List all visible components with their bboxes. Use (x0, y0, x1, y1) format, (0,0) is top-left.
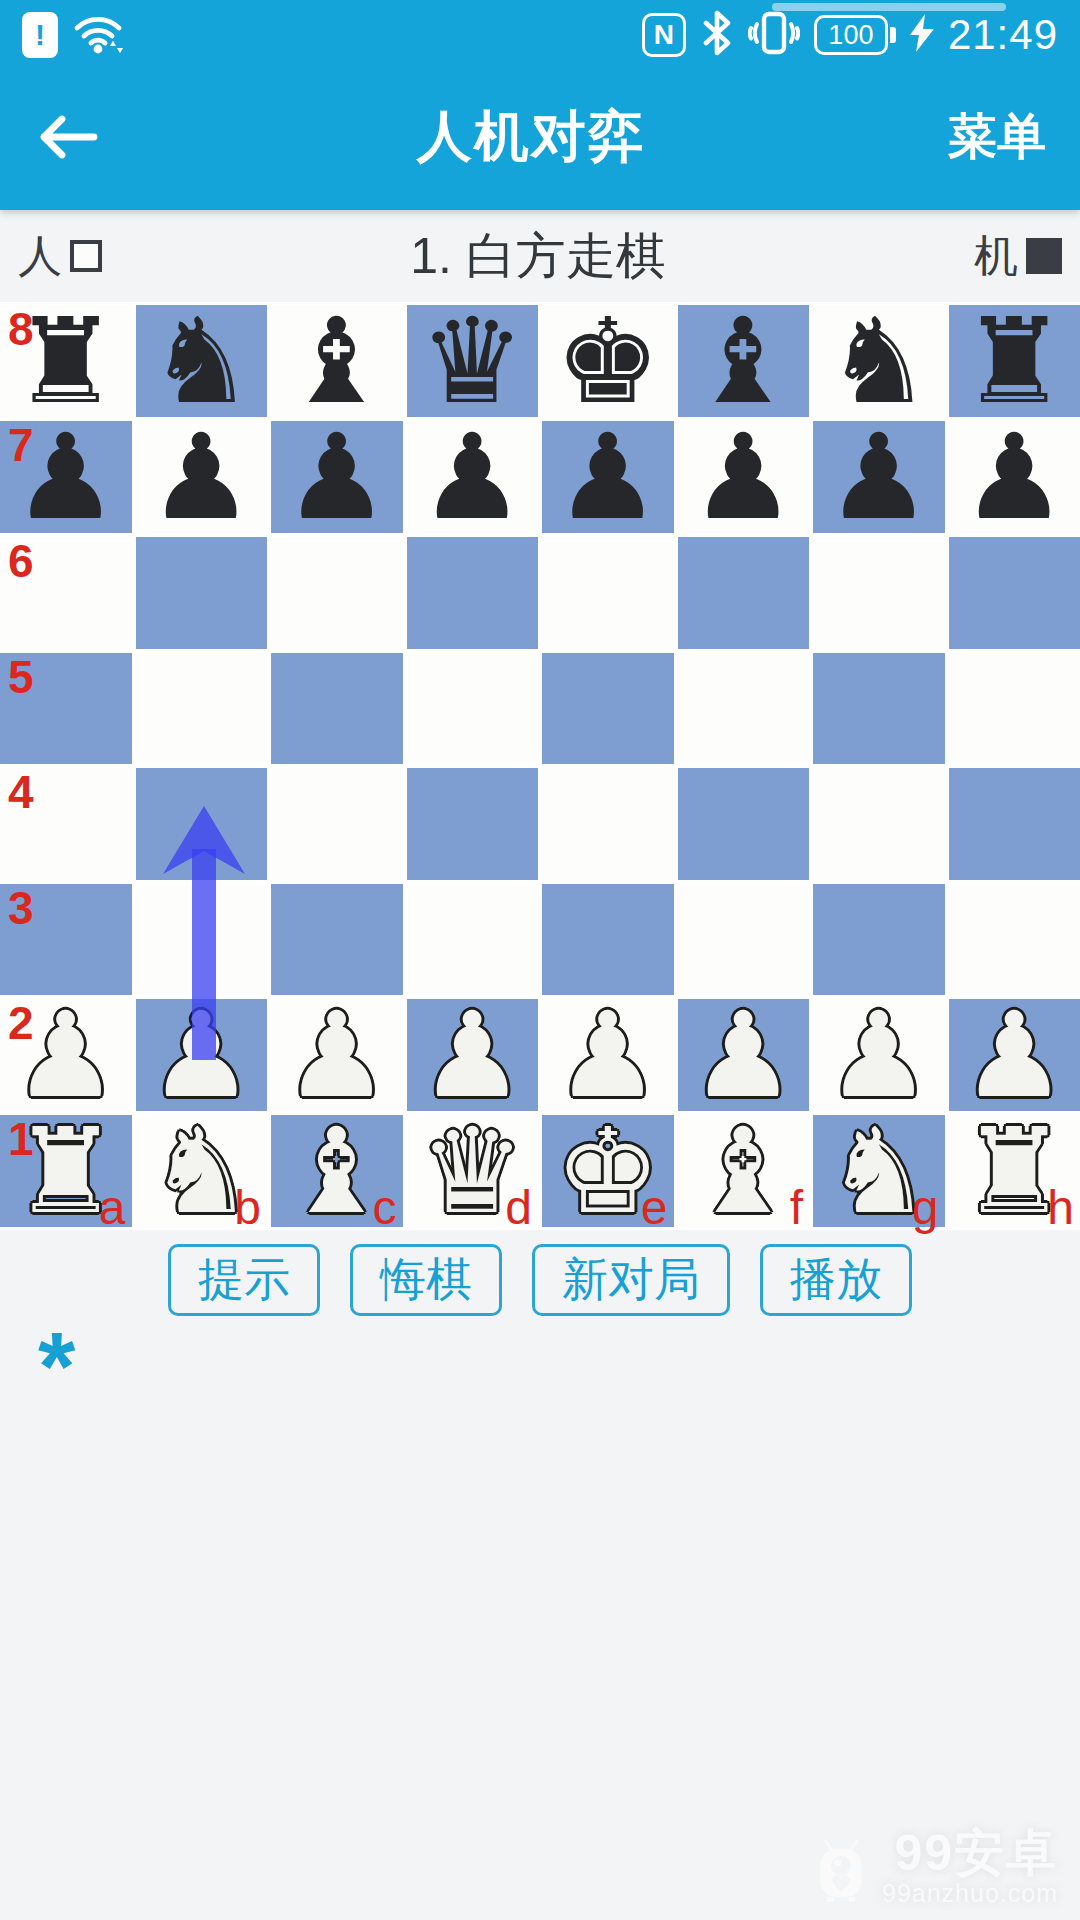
black-pawn: ♟ (148, 421, 254, 533)
rank-label-2: 2 (8, 999, 34, 1047)
square-h6[interactable] (949, 537, 1080, 649)
square-g2[interactable]: ♟ (813, 999, 945, 1111)
file-label-g: g (912, 1183, 939, 1233)
watermark-title: 99安卓 (894, 1827, 1058, 1880)
square-a3[interactable]: 3 (0, 884, 132, 996)
bluetooth-icon (700, 10, 734, 60)
white-side-square-icon (70, 240, 102, 272)
square-a5[interactable]: 5 (0, 653, 132, 765)
square-e7[interactable]: ♟ (542, 421, 674, 533)
white-bishop: ♝ (690, 1115, 796, 1227)
square-b6[interactable] (136, 537, 268, 649)
square-d1[interactable]: d♛ (407, 1115, 539, 1227)
square-c8[interactable]: ♝ (271, 305, 403, 417)
square-b1[interactable]: b♞ (136, 1115, 268, 1227)
square-e1[interactable]: e♚ (542, 1115, 674, 1227)
rank-label-4: 4 (8, 768, 34, 816)
nfc-icon: N (642, 13, 686, 57)
wifi-icon (72, 10, 124, 60)
black-pawn: ♟ (690, 421, 796, 533)
sim-alert-icon: ! (22, 12, 58, 58)
move-status: 1. 白方走棋 (102, 223, 974, 290)
square-g7[interactable]: ♟ (813, 421, 945, 533)
square-h5[interactable] (949, 653, 1080, 765)
square-e6[interactable] (542, 537, 674, 649)
square-d5[interactable] (407, 653, 539, 765)
white-pawn: ♟ (555, 999, 661, 1111)
square-c1[interactable]: c♝ (271, 1115, 403, 1227)
vibrate-icon (748, 11, 800, 59)
square-f8[interactable]: ♝ (678, 305, 810, 417)
square-d8[interactable]: ♛ (407, 305, 539, 417)
battery-level: 100 (814, 15, 888, 55)
square-g8[interactable]: ♞ (813, 305, 945, 417)
square-e4[interactable] (542, 768, 674, 880)
status-bar: ! N (0, 0, 1080, 64)
rank-label-7: 7 (8, 421, 34, 469)
square-d3[interactable] (407, 884, 539, 996)
notch-highlight-bar (772, 3, 1006, 11)
square-h3[interactable] (949, 884, 1080, 996)
black-bishop: ♝ (690, 305, 796, 417)
square-f5[interactable] (678, 653, 810, 765)
square-g5[interactable] (813, 653, 945, 765)
file-label-b: b (234, 1183, 261, 1233)
square-b8[interactable]: ♞ (136, 305, 268, 417)
square-a8[interactable]: 8♜ (0, 305, 132, 417)
square-e8[interactable]: ♚ (542, 305, 674, 417)
square-h7[interactable]: ♟ (949, 421, 1080, 533)
square-a4[interactable]: 4 (0, 768, 132, 880)
black-pawn: ♟ (961, 421, 1067, 533)
square-e2[interactable]: ♟ (542, 999, 674, 1111)
back-button[interactable] (34, 111, 114, 163)
black-knight: ♞ (148, 305, 254, 417)
watermark: 99安卓 99anzhuo.com (812, 1827, 1058, 1909)
human-side-label: 人 (18, 227, 102, 286)
battery-icon: 100 (814, 15, 896, 55)
white-pawn: ♟ (148, 999, 254, 1111)
black-queen: ♛ (419, 305, 525, 417)
square-c3[interactable] (271, 884, 403, 996)
square-f2[interactable]: ♟ (678, 999, 810, 1111)
hint-button[interactable]: 提示 (168, 1244, 320, 1316)
app-screen: ! N (0, 0, 1080, 1920)
square-h1[interactable]: h♜ (949, 1115, 1080, 1227)
undo-button[interactable]: 悔棋 (350, 1244, 502, 1316)
black-pawn: ♟ (826, 421, 932, 533)
square-a1[interactable]: 1a♜ (0, 1115, 132, 1227)
new-game-button[interactable]: 新对局 (532, 1244, 730, 1316)
square-b2[interactable]: ♟ (136, 999, 268, 1111)
square-b4[interactable] (136, 768, 268, 880)
square-h4[interactable] (949, 768, 1080, 880)
info-row: 人 1. 白方走棋 机 (0, 210, 1080, 302)
square-c7[interactable]: ♟ (271, 421, 403, 533)
black-knight: ♞ (826, 305, 932, 417)
square-e3[interactable] (542, 884, 674, 996)
square-d6[interactable] (407, 537, 539, 649)
white-pawn: ♟ (961, 999, 1067, 1111)
footnote-asterisk: * (38, 1318, 75, 1414)
app-bar: 人机对弈 菜单 (0, 64, 1080, 210)
square-b3[interactable] (136, 884, 268, 996)
file-label-e: e (641, 1183, 668, 1233)
square-a7[interactable]: 7♟ (0, 421, 132, 533)
square-c6[interactable] (271, 537, 403, 649)
square-h2[interactable]: ♟ (949, 999, 1080, 1111)
square-g6[interactable] (813, 537, 945, 649)
machine-side-label: 机 (974, 227, 1062, 286)
file-label-f: f (790, 1183, 803, 1233)
charging-bolt-icon (910, 14, 934, 56)
square-e5[interactable] (542, 653, 674, 765)
file-label-c: c (373, 1183, 397, 1233)
watermark-robot-icon (812, 1838, 870, 1908)
square-g3[interactable] (813, 884, 945, 996)
square-f3[interactable] (678, 884, 810, 996)
file-label-h: h (1047, 1183, 1074, 1233)
square-b7[interactable]: ♟ (136, 421, 268, 533)
black-pawn: ♟ (284, 421, 390, 533)
playback-button[interactable]: 播放 (760, 1244, 912, 1316)
file-label-d: d (505, 1183, 532, 1233)
toolbar: 提示 悔棋 新对局 播放 (0, 1244, 1080, 1316)
square-d4[interactable] (407, 768, 539, 880)
square-f1[interactable]: f♝ (678, 1115, 810, 1227)
black-rook: ♜ (961, 305, 1067, 417)
square-g1[interactable]: g♞ (813, 1115, 945, 1227)
square-a6[interactable]: 6 (0, 537, 132, 649)
square-d2[interactable]: ♟ (407, 999, 539, 1111)
chess-board: 8♜♞♝♛♚♝♞♜7♟♟♟♟♟♟♟♟65432♟♟♟♟♟♟♟♟1a♜b♞c♝d♛… (0, 302, 1080, 1230)
black-pawn: ♟ (419, 421, 525, 533)
rank-label-8: 8 (8, 305, 34, 353)
back-arrow-icon (34, 111, 100, 163)
top-bar: ! N (0, 0, 1080, 210)
square-c5[interactable] (271, 653, 403, 765)
white-pawn: ♟ (284, 999, 390, 1111)
square-f6[interactable] (678, 537, 810, 649)
white-pawn: ♟ (419, 999, 525, 1111)
white-pawn: ♟ (826, 999, 932, 1111)
square-h8[interactable]: ♜ (949, 305, 1080, 417)
square-g4[interactable] (813, 768, 945, 880)
square-c2[interactable]: ♟ (271, 999, 403, 1111)
rank-label-1: 1 (8, 1115, 34, 1163)
menu-button[interactable]: 菜单 (948, 104, 1046, 170)
file-label-a: a (99, 1183, 126, 1233)
rank-label-5: 5 (8, 653, 34, 701)
square-f4[interactable] (678, 768, 810, 880)
black-king: ♚ (555, 305, 661, 417)
rank-label-6: 6 (8, 537, 34, 585)
square-c4[interactable] (271, 768, 403, 880)
page-title: 人机对弈 (114, 100, 948, 174)
watermark-domain: 99anzhuo.com (882, 1879, 1058, 1908)
white-pawn: ♟ (690, 999, 796, 1111)
rank-label-3: 3 (8, 884, 34, 932)
status-time: 21:49 (948, 11, 1058, 59)
square-a2[interactable]: 2♟ (0, 999, 132, 1111)
board-area: 8♜♞♝♛♚♝♞♜7♟♟♟♟♟♟♟♟65432♟♟♟♟♟♟♟♟1a♜b♞c♝d♛… (0, 302, 1080, 1230)
black-pawn: ♟ (555, 421, 661, 533)
black-bishop: ♝ (284, 305, 390, 417)
square-d7[interactable]: ♟ (407, 421, 539, 533)
square-f7[interactable]: ♟ (678, 421, 810, 533)
black-side-square-icon (1026, 238, 1062, 274)
square-b5[interactable] (136, 653, 268, 765)
